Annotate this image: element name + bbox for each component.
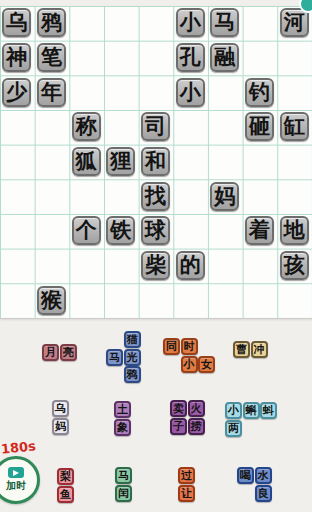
board-tile-猴: 猴 <box>37 286 66 315</box>
board-tile-马: 马 <box>210 8 239 37</box>
board-tile-孩: 孩 <box>280 251 309 280</box>
board-tile-的: 的 <box>176 251 205 280</box>
board-tile-着: 着 <box>245 216 274 245</box>
piece-tile-喝[interactable]: 喝 <box>237 467 254 484</box>
board-tile-妈: 妈 <box>210 182 239 211</box>
piece-tile-梨[interactable]: 梨 <box>57 468 74 485</box>
piece-tile-月[interactable]: 月 <box>42 344 59 361</box>
board-tile-个: 个 <box>72 216 101 245</box>
board-tile-小: 小 <box>176 8 205 37</box>
piece-tile-土[interactable]: 土 <box>114 401 131 418</box>
piece-tile-马[interactable]: 马 <box>115 467 132 484</box>
piece-tile-过[interactable]: 过 <box>178 467 195 484</box>
board-tile-称: 称 <box>72 112 101 141</box>
piece-tile-亮[interactable]: 亮 <box>60 344 77 361</box>
piece-tile-蝌[interactable]: 蝌 <box>243 402 260 419</box>
board-tile-少: 少 <box>2 78 31 107</box>
piece-tile-让[interactable]: 让 <box>178 485 195 502</box>
piece-tile-马[interactable]: 马 <box>106 349 123 366</box>
piece-tile-同[interactable]: 同 <box>163 338 180 355</box>
piece-tile-良[interactable]: 良 <box>255 485 272 502</box>
piece-tile-蚪[interactable]: 蚪 <box>260 402 277 419</box>
piece-tile-时[interactable]: 时 <box>181 338 198 355</box>
piece-tile-猫[interactable]: 猫 <box>124 331 141 348</box>
piece-tile-卖[interactable]: 卖 <box>170 400 187 417</box>
board-tile-狸: 狸 <box>106 147 135 176</box>
piece-tray: 月亮猫马光鸦同时小女曹冲乌妈土象卖火子捞小蝌蚪两梨鱼马闰过让喝水良 <box>0 318 312 512</box>
video-camera-icon <box>8 467 24 478</box>
piece-tile-光[interactable]: 光 <box>124 349 141 366</box>
board-tile-铁: 铁 <box>106 216 135 245</box>
board-tile-神: 神 <box>2 43 31 72</box>
board-tile-乌: 乌 <box>2 8 31 37</box>
board-tile-孔: 孔 <box>176 43 205 72</box>
piece-tile-鸦[interactable]: 鸦 <box>124 366 141 383</box>
puzzle-board[interactable]: 乌鸦小马河神笔孔融少年小钓称司砸缸狐狸和找妈个铁球着地柴的孩猴 <box>0 6 312 319</box>
piece-tile-乌[interactable]: 乌 <box>52 400 69 417</box>
board-tile-年: 年 <box>37 78 66 107</box>
piece-tile-妈[interactable]: 妈 <box>52 418 69 435</box>
board-tile-融: 融 <box>210 43 239 72</box>
board-tile-鸦: 鸦 <box>37 8 66 37</box>
board-tile-柴: 柴 <box>141 251 170 280</box>
piece-tile-火[interactable]: 火 <box>188 400 205 417</box>
board-tile-地: 地 <box>280 216 309 245</box>
piece-tile-小[interactable]: 小 <box>181 356 198 373</box>
board-tile-司: 司 <box>141 112 170 141</box>
board-tile-狐: 狐 <box>72 147 101 176</box>
piece-tile-冲[interactable]: 冲 <box>251 341 268 358</box>
piece-tile-水[interactable]: 水 <box>255 467 272 484</box>
piece-tile-象[interactable]: 象 <box>114 419 131 436</box>
piece-tile-捞[interactable]: 捞 <box>188 418 205 435</box>
board-tile-找: 找 <box>141 182 170 211</box>
board-tile-和: 和 <box>141 147 170 176</box>
piece-tile-子[interactable]: 子 <box>170 418 187 435</box>
board-tile-河: 河 <box>280 8 309 37</box>
board-tile-钓: 钓 <box>245 78 274 107</box>
piece-tile-曹[interactable]: 曹 <box>233 341 250 358</box>
board-tile-砸: 砸 <box>245 112 274 141</box>
piece-tile-鱼[interactable]: 鱼 <box>57 486 74 503</box>
add-time-label: 加时 <box>6 479 26 493</box>
board-tile-缸: 缸 <box>280 112 309 141</box>
piece-tile-小[interactable]: 小 <box>225 402 242 419</box>
board-tile-球: 球 <box>141 216 170 245</box>
piece-tile-两[interactable]: 两 <box>225 420 242 437</box>
board-tile-小: 小 <box>176 78 205 107</box>
piece-tile-女[interactable]: 女 <box>198 356 215 373</box>
board-tile-笔: 笔 <box>37 43 66 72</box>
piece-tile-闰[interactable]: 闰 <box>115 485 132 502</box>
